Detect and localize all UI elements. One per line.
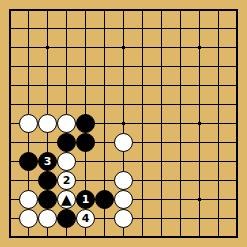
- black-stone: 1: [76, 190, 95, 209]
- star-point: [122, 122, 125, 125]
- intersection: [57, 19, 76, 38]
- intersection: [0, 209, 19, 228]
- intersection: [209, 0, 228, 19]
- black-stone: [76, 114, 95, 133]
- intersection: [76, 38, 95, 57]
- intersection: [76, 57, 95, 76]
- white-stone: ▲: [57, 190, 76, 209]
- intersection: [209, 38, 228, 57]
- intersection: [228, 19, 247, 38]
- intersection: [38, 19, 57, 38]
- intersection: [171, 57, 190, 76]
- intersection: [0, 57, 19, 76]
- intersection: [95, 171, 114, 190]
- intersection: [190, 95, 209, 114]
- intersection: [152, 133, 171, 152]
- intersection: [209, 114, 228, 133]
- intersection: [228, 209, 247, 228]
- intersection: [95, 152, 114, 171]
- intersection: [0, 19, 19, 38]
- intersection: [57, 95, 76, 114]
- intersection: [19, 0, 38, 19]
- intersection: [57, 57, 76, 76]
- intersection: [209, 171, 228, 190]
- intersection: [95, 133, 114, 152]
- intersection: [171, 228, 190, 247]
- white-stone: 2: [57, 171, 76, 190]
- black-stone: [95, 190, 114, 209]
- intersection: [152, 19, 171, 38]
- intersection: [76, 0, 95, 19]
- intersection: [171, 76, 190, 95]
- intersection: [95, 38, 114, 57]
- intersection: [114, 228, 133, 247]
- intersection: [152, 95, 171, 114]
- intersection: [57, 228, 76, 247]
- intersection: [152, 228, 171, 247]
- white-stone: [57, 152, 76, 171]
- intersection: [190, 228, 209, 247]
- intersection: [209, 228, 228, 247]
- white-stone: [19, 190, 38, 209]
- intersection: [209, 95, 228, 114]
- intersection: [38, 57, 57, 76]
- intersection: [228, 190, 247, 209]
- intersection: [171, 152, 190, 171]
- intersection: [57, 76, 76, 95]
- intersection: [209, 19, 228, 38]
- intersection: [38, 228, 57, 247]
- intersection: [190, 171, 209, 190]
- intersection: [152, 57, 171, 76]
- intersection: [228, 0, 247, 19]
- intersection: [76, 228, 95, 247]
- intersection: [171, 133, 190, 152]
- white-stone: [114, 209, 133, 228]
- intersection: [228, 57, 247, 76]
- intersection: [38, 133, 57, 152]
- intersection: [0, 76, 19, 95]
- intersection: [190, 57, 209, 76]
- intersection: [152, 76, 171, 95]
- intersection: [95, 76, 114, 95]
- triangle-mark-icon: ▲: [61, 192, 72, 206]
- white-stone: [19, 209, 38, 228]
- intersection: [190, 152, 209, 171]
- intersection: [133, 209, 152, 228]
- black-stone: [57, 133, 76, 152]
- intersection: [0, 114, 19, 133]
- intersection: [152, 190, 171, 209]
- intersection: [171, 0, 190, 19]
- white-stone: [114, 133, 133, 152]
- intersection: [152, 0, 171, 19]
- black-stone: [38, 171, 57, 190]
- intersection: [228, 38, 247, 57]
- intersection: [0, 152, 19, 171]
- intersection: [152, 209, 171, 228]
- intersection: [228, 133, 247, 152]
- intersection: [95, 19, 114, 38]
- intersection: [209, 76, 228, 95]
- intersection: [76, 171, 95, 190]
- move-number-label: 3: [44, 156, 52, 167]
- intersection: [114, 19, 133, 38]
- black-stone: [76, 133, 95, 152]
- intersection: [114, 76, 133, 95]
- intersection: [0, 38, 19, 57]
- intersection: [190, 76, 209, 95]
- intersection: [171, 190, 190, 209]
- intersection: [19, 133, 38, 152]
- black-stone: [57, 209, 76, 228]
- white-stone: [114, 190, 133, 209]
- intersection: [171, 209, 190, 228]
- intersection: [209, 57, 228, 76]
- intersection: [95, 0, 114, 19]
- intersection: [133, 0, 152, 19]
- intersection: [133, 152, 152, 171]
- move-number-label: 1: [82, 194, 90, 205]
- black-stone: [19, 152, 38, 171]
- intersection: [133, 19, 152, 38]
- white-stone: [38, 114, 57, 133]
- intersection: [228, 152, 247, 171]
- intersection: [19, 76, 38, 95]
- intersection: [133, 76, 152, 95]
- intersection: [133, 57, 152, 76]
- move-number-label: 2: [63, 175, 71, 186]
- intersection: [171, 38, 190, 57]
- intersection: [209, 190, 228, 209]
- intersection: [114, 57, 133, 76]
- intersection: [133, 171, 152, 190]
- intersection: [133, 190, 152, 209]
- intersection: [0, 171, 19, 190]
- intersection: [0, 95, 19, 114]
- intersection: [114, 0, 133, 19]
- intersection: [171, 171, 190, 190]
- white-stone: [19, 114, 38, 133]
- intersection: [133, 38, 152, 57]
- intersection: [228, 228, 247, 247]
- intersection: [190, 133, 209, 152]
- intersection: [57, 38, 76, 57]
- intersection: [209, 152, 228, 171]
- intersection: [38, 76, 57, 95]
- black-stone: [38, 190, 57, 209]
- intersection: [0, 0, 19, 19]
- intersection: [133, 133, 152, 152]
- move-number-label: 4: [82, 213, 90, 224]
- star-point: [198, 46, 201, 49]
- intersection: [38, 95, 57, 114]
- intersection: [228, 95, 247, 114]
- intersection: [228, 171, 247, 190]
- white-stone: [57, 114, 76, 133]
- intersection: [38, 0, 57, 19]
- intersection: [76, 152, 95, 171]
- intersection: [133, 114, 152, 133]
- intersection: [19, 57, 38, 76]
- black-stone: 3: [38, 152, 57, 171]
- intersection: [114, 152, 133, 171]
- intersection: [95, 114, 114, 133]
- intersection: [0, 190, 19, 209]
- white-stone: [114, 171, 133, 190]
- intersection: [171, 19, 190, 38]
- intersection: [152, 152, 171, 171]
- intersection: [95, 95, 114, 114]
- intersection: [76, 76, 95, 95]
- intersection: [209, 133, 228, 152]
- intersection: [133, 95, 152, 114]
- intersection: [152, 114, 171, 133]
- star-point: [198, 122, 201, 125]
- intersection: [95, 57, 114, 76]
- intersection: [209, 209, 228, 228]
- intersection: [57, 0, 76, 19]
- intersection: [19, 19, 38, 38]
- white-stone: [38, 209, 57, 228]
- intersection: [190, 19, 209, 38]
- intersection: [19, 228, 38, 247]
- intersection: [171, 95, 190, 114]
- white-stone: 4: [76, 209, 95, 228]
- intersection: [228, 114, 247, 133]
- intersection: [19, 38, 38, 57]
- intersection: [76, 19, 95, 38]
- intersection: [190, 0, 209, 19]
- intersection: [19, 95, 38, 114]
- intersection: [114, 95, 133, 114]
- intersection: [95, 209, 114, 228]
- intersection: [228, 76, 247, 95]
- intersection: [171, 114, 190, 133]
- star-point: [122, 46, 125, 49]
- intersection: [0, 228, 19, 247]
- go-board: 32▲14: [0, 0, 247, 247]
- star-point: [198, 198, 201, 201]
- intersection: [95, 228, 114, 247]
- intersection: [152, 171, 171, 190]
- intersection: [19, 171, 38, 190]
- intersection: [152, 38, 171, 57]
- intersection: [76, 95, 95, 114]
- intersection: [190, 209, 209, 228]
- intersection: [0, 133, 19, 152]
- intersection: [133, 228, 152, 247]
- star-point: [46, 46, 49, 49]
